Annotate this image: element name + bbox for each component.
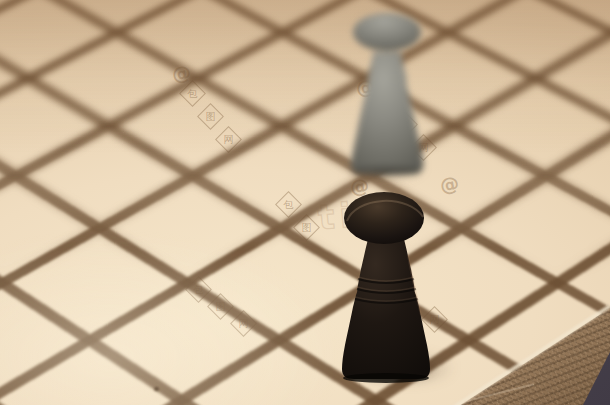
bottom-left-glow: [0, 0, 610, 405]
tile-speck: [154, 387, 159, 391]
gray-pawn[interactable]: [346, 8, 430, 180]
board-photo: @ 包 图 网 @ 包 图 网 包 图 @ @ time 包 图 网 网: [0, 0, 610, 405]
black-pawn[interactable]: [334, 189, 438, 385]
